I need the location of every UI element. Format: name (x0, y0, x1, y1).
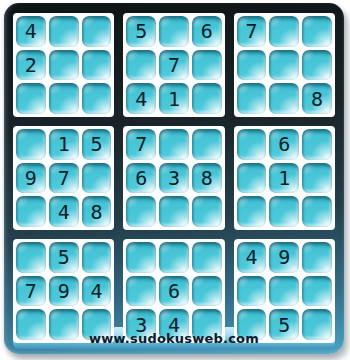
cell-r1c6[interactable]: 6 (192, 16, 222, 47)
cell-r1c2[interactable] (49, 16, 79, 47)
cell-r4c9[interactable] (302, 129, 332, 160)
cell-r3c2[interactable] (49, 83, 79, 114)
cell-r4c1[interactable] (16, 129, 46, 160)
cell-r9c2[interactable] (49, 309, 79, 340)
cell-r2c3[interactable] (82, 50, 112, 81)
cell-r5c5[interactable]: 3 (159, 163, 189, 194)
cell-r8c2[interactable]: 9 (49, 276, 79, 307)
sudoku-box-8: 634 (123, 239, 224, 343)
cell-r4c8[interactable]: 6 (269, 129, 299, 160)
cell-r4c4[interactable]: 7 (126, 129, 156, 160)
sudoku-box-5: 7638 (123, 126, 224, 230)
cell-r5c7[interactable] (237, 163, 267, 194)
cell-r2c9[interactable] (302, 50, 332, 81)
cell-r6c8[interactable] (269, 196, 299, 227)
sudoku-board: 4256741781597487638615794634495 (13, 13, 335, 325)
cell-r8c8[interactable] (269, 276, 299, 307)
cell-r1c1[interactable]: 4 (16, 16, 46, 47)
website-link[interactable]: www.sudokusweb.com (89, 331, 259, 346)
sudoku-box-9: 495 (234, 239, 335, 343)
cell-r3c8[interactable] (269, 83, 299, 114)
cell-r3c6[interactable] (192, 83, 222, 114)
cell-r2c4[interactable] (126, 50, 156, 81)
cell-r6c7[interactable] (237, 196, 267, 227)
cell-r5c9[interactable] (302, 163, 332, 194)
cell-r2c5[interactable]: 7 (159, 50, 189, 81)
cell-r3c4[interactable]: 4 (126, 83, 156, 114)
cell-r2c1[interactable]: 2 (16, 50, 46, 81)
cell-r9c9[interactable] (302, 309, 332, 340)
cell-r6c4[interactable] (126, 196, 156, 227)
cell-r7c7[interactable]: 4 (237, 242, 267, 273)
cell-r5c3[interactable] (82, 163, 112, 194)
cell-r1c7[interactable]: 7 (237, 16, 267, 47)
sudoku-box-1: 42 (13, 13, 114, 117)
cell-r4c6[interactable] (192, 129, 222, 160)
cell-r6c1[interactable] (16, 196, 46, 227)
cell-r3c5[interactable]: 1 (159, 83, 189, 114)
cell-r1c4[interactable]: 5 (126, 16, 156, 47)
cell-r3c3[interactable] (82, 83, 112, 114)
cell-r8c4[interactable] (126, 276, 156, 307)
cell-r8c6[interactable] (192, 276, 222, 307)
cell-r3c1[interactable] (16, 83, 46, 114)
cell-r6c9[interactable] (302, 196, 332, 227)
sudoku-box-4: 159748 (13, 126, 114, 230)
cell-r7c5[interactable] (159, 242, 189, 273)
sudoku-box-2: 56741 (123, 13, 224, 117)
cell-r8c3[interactable]: 4 (82, 276, 112, 307)
cell-r6c6[interactable] (192, 196, 222, 227)
cell-r4c7[interactable] (237, 129, 267, 160)
cell-r3c9[interactable]: 8 (302, 83, 332, 114)
cell-r1c9[interactable] (302, 16, 332, 47)
cell-r8c1[interactable]: 7 (16, 276, 46, 307)
cell-r4c5[interactable] (159, 129, 189, 160)
cell-r2c7[interactable] (237, 50, 267, 81)
sudoku-box-7: 5794 (13, 239, 114, 343)
sudoku-box-6: 61 (234, 126, 335, 230)
cell-r4c2[interactable]: 1 (49, 129, 79, 160)
cell-r1c5[interactable] (159, 16, 189, 47)
cell-r5c4[interactable]: 6 (126, 163, 156, 194)
cell-r7c3[interactable] (82, 242, 112, 273)
cell-r3c7[interactable] (237, 83, 267, 114)
cell-r1c8[interactable] (269, 16, 299, 47)
cell-r2c8[interactable] (269, 50, 299, 81)
cell-r7c2[interactable]: 5 (49, 242, 79, 273)
board-frame: 4256741781597487638615794634495 www.sudo… (4, 3, 344, 354)
cell-r8c7[interactable] (237, 276, 267, 307)
cell-r9c1[interactable] (16, 309, 46, 340)
cell-r2c6[interactable] (192, 50, 222, 81)
cell-r6c5[interactable] (159, 196, 189, 227)
cell-r7c9[interactable] (302, 242, 332, 273)
cell-r2c2[interactable] (49, 50, 79, 81)
cell-r7c8[interactable]: 9 (269, 242, 299, 273)
cell-r8c9[interactable] (302, 276, 332, 307)
cell-r5c2[interactable]: 7 (49, 163, 79, 194)
sudoku-box-3: 78 (234, 13, 335, 117)
cell-r1c3[interactable] (82, 16, 112, 47)
cell-r7c4[interactable] (126, 242, 156, 273)
cell-r6c2[interactable]: 4 (49, 196, 79, 227)
cell-r9c8[interactable]: 5 (269, 309, 299, 340)
cell-r5c6[interactable]: 8 (192, 163, 222, 194)
sudoku-page: 4256741781597487638615794634495 www.sudo… (0, 0, 350, 360)
cell-r4c3[interactable]: 5 (82, 129, 112, 160)
cell-r8c5[interactable]: 6 (159, 276, 189, 307)
cell-r7c1[interactable] (16, 242, 46, 273)
cell-r7c6[interactable] (192, 242, 222, 273)
cell-r6c3[interactable]: 8 (82, 196, 112, 227)
cell-r5c8[interactable]: 1 (269, 163, 299, 194)
cell-r5c1[interactable]: 9 (16, 163, 46, 194)
